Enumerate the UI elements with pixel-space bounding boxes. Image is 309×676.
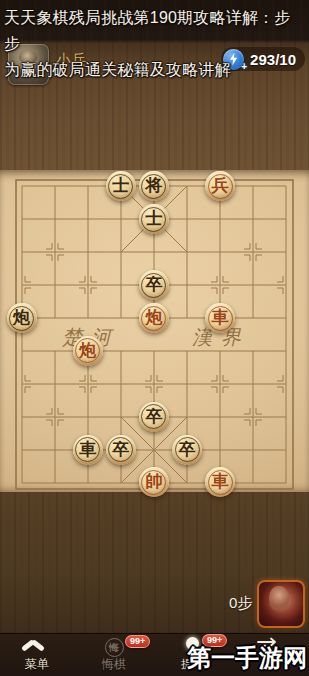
piece-red-chariot-g4[interactable]: 車 [205,303,235,333]
piece-black-soldier-e7[interactable]: 卒 [139,402,169,432]
game-screen: 天天象棋残局挑战第190期攻略详解：步步 为赢的破局通关秘籍及攻略讲解 小兵 +… [0,0,309,676]
piece-black-advisor-e1[interactable]: 士 [139,204,169,234]
menu-label: 菜单 [14,657,60,671]
xiangqi-board[interactable]: 楚河 漢界 士将兵士卒炮炮車炮卒車卒卒帥車 [0,170,309,492]
menu-button[interactable]: 菜单 [14,636,60,674]
piece-red-general-e9[interactable]: 帥 [139,467,169,497]
piece-black-chariot-c8[interactable]: 車 [73,435,103,465]
piece-red-soldier-g0[interactable]: 兵 [205,171,235,201]
chevron-up-icon [14,637,60,655]
title-line-1: 天天象棋残局挑战第190期攻略详解：步步 [4,5,305,57]
pieces-layer: 士将兵士卒炮炮車炮卒車卒卒帥車 [5,170,303,499]
undo-badge: 99+ [125,635,150,648]
opponent-avatar[interactable] [257,580,305,628]
title-line-2: 为赢的破局通关秘籍及攻略讲解 [4,57,305,83]
piece-black-cannon-a4[interactable]: 炮 [7,303,37,333]
move-count: 0步 [229,594,252,613]
piece-black-general-e0[interactable]: 将 [139,171,169,201]
video-title-overlay: 天天象棋残局挑战第190期攻略详解：步步 为赢的破局通关秘籍及攻略讲解 [0,3,309,85]
piece-red-chariot-g9[interactable]: 車 [205,467,235,497]
watermark: 第一手游网 [187,642,307,674]
piece-red-cannon-e4[interactable]: 炮 [139,303,169,333]
piece-red-cannon-c5[interactable]: 炮 [73,336,103,366]
undo-label: 悔棋 [91,657,137,671]
piece-black-advisor-d0[interactable]: 士 [106,171,136,201]
piece-black-soldier-f8[interactable]: 卒 [172,435,202,465]
piece-black-soldier-e3[interactable]: 卒 [139,270,169,300]
piece-black-soldier-d8[interactable]: 卒 [106,435,136,465]
